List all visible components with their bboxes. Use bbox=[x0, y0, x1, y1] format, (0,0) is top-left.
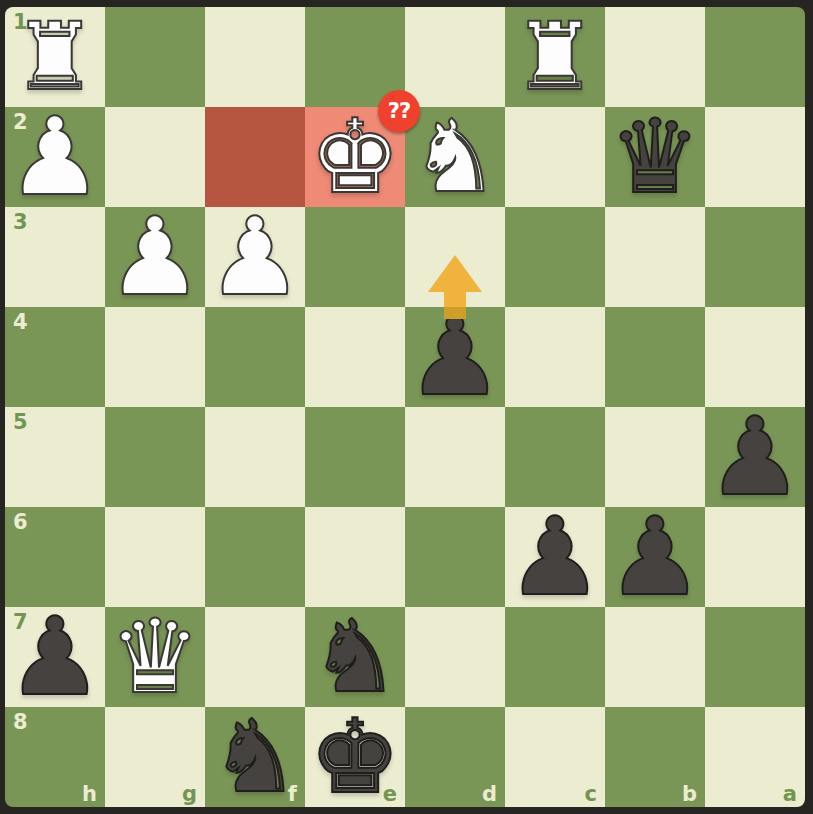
square-b5[interactable] bbox=[605, 407, 705, 507]
square-g6[interactable] bbox=[105, 507, 205, 607]
square-b2[interactable]: ♛ bbox=[605, 107, 705, 207]
square-a8[interactable]: a bbox=[705, 707, 805, 807]
square-g8[interactable]: g bbox=[105, 707, 205, 807]
page: { "game": "chess", "position": { "fen": … bbox=[0, 0, 813, 814]
square-d5[interactable] bbox=[405, 407, 505, 507]
rank-label-5: 5 bbox=[13, 410, 28, 434]
rank-label-4: 4 bbox=[13, 310, 28, 334]
square-f2[interactable] bbox=[205, 107, 305, 207]
file-label-g: g bbox=[182, 782, 197, 806]
square-b4[interactable] bbox=[605, 307, 705, 407]
square-c4[interactable] bbox=[505, 307, 605, 407]
square-g7[interactable]: ♛ bbox=[105, 607, 205, 707]
square-h5[interactable]: 5 bbox=[5, 407, 105, 507]
square-f4[interactable] bbox=[205, 307, 305, 407]
file-label-h: h bbox=[82, 782, 97, 806]
square-d3[interactable] bbox=[405, 207, 505, 307]
square-f1[interactable] bbox=[205, 7, 305, 107]
square-c3[interactable] bbox=[505, 207, 605, 307]
square-h8[interactable]: 8h bbox=[5, 707, 105, 807]
square-c7[interactable] bbox=[505, 607, 605, 707]
piece-white-queen[interactable]: ♛ bbox=[105, 607, 205, 707]
square-a1[interactable] bbox=[705, 7, 805, 107]
square-a6[interactable] bbox=[705, 507, 805, 607]
rank-label-3: 3 bbox=[13, 210, 28, 234]
blunder-badge: ?? bbox=[378, 90, 420, 132]
square-d2[interactable]: ♞ bbox=[405, 107, 505, 207]
square-e6[interactable] bbox=[305, 507, 405, 607]
square-f5[interactable] bbox=[205, 407, 305, 507]
square-h1[interactable]: 1♜ bbox=[5, 7, 105, 107]
square-h7[interactable]: 7♟ bbox=[5, 607, 105, 707]
piece-black-knight[interactable]: ♞ bbox=[205, 707, 305, 807]
square-g5[interactable] bbox=[105, 407, 205, 507]
piece-white-rook[interactable]: ♜ bbox=[5, 7, 105, 107]
chess-board: 1♜♜2♟♚♞♛3♟♟4♟5♟6♟♟7♟♛♞8hgf♞e♚dcba?? bbox=[5, 7, 805, 807]
rank-label-8: 8 bbox=[13, 710, 28, 734]
square-a4[interactable] bbox=[705, 307, 805, 407]
square-h3[interactable]: 3 bbox=[5, 207, 105, 307]
piece-white-pawn[interactable]: ♟ bbox=[5, 107, 105, 207]
piece-black-knight[interactable]: ♞ bbox=[305, 607, 405, 707]
square-d4[interactable]: ♟ bbox=[405, 307, 505, 407]
piece-black-king[interactable]: ♚ bbox=[305, 707, 405, 807]
piece-white-knight[interactable]: ♞ bbox=[405, 107, 505, 207]
square-c8[interactable]: c bbox=[505, 707, 605, 807]
square-f6[interactable] bbox=[205, 507, 305, 607]
square-d7[interactable] bbox=[405, 607, 505, 707]
rank-label-6: 6 bbox=[13, 510, 28, 534]
square-f3[interactable]: ♟ bbox=[205, 207, 305, 307]
piece-black-pawn[interactable]: ♟ bbox=[5, 607, 105, 707]
square-h6[interactable]: 6 bbox=[5, 507, 105, 607]
square-e5[interactable] bbox=[305, 407, 405, 507]
square-b3[interactable] bbox=[605, 207, 705, 307]
square-c2[interactable] bbox=[505, 107, 605, 207]
file-label-d: d bbox=[482, 782, 497, 806]
square-e7[interactable]: ♞ bbox=[305, 607, 405, 707]
square-f7[interactable] bbox=[205, 607, 305, 707]
piece-black-pawn[interactable]: ♟ bbox=[505, 507, 605, 607]
square-g4[interactable] bbox=[105, 307, 205, 407]
square-d1[interactable] bbox=[405, 7, 505, 107]
piece-white-pawn[interactable]: ♟ bbox=[205, 207, 305, 307]
square-c5[interactable] bbox=[505, 407, 605, 507]
square-b8[interactable]: b bbox=[605, 707, 705, 807]
piece-black-pawn[interactable]: ♟ bbox=[405, 307, 505, 407]
piece-white-pawn[interactable]: ♟ bbox=[105, 207, 205, 307]
square-c1[interactable]: ♜ bbox=[505, 7, 605, 107]
square-g2[interactable] bbox=[105, 107, 205, 207]
square-a5[interactable]: ♟ bbox=[705, 407, 805, 507]
square-b6[interactable]: ♟ bbox=[605, 507, 705, 607]
square-a2[interactable] bbox=[705, 107, 805, 207]
square-d8[interactable]: d bbox=[405, 707, 505, 807]
square-g3[interactable]: ♟ bbox=[105, 207, 205, 307]
square-e8[interactable]: e♚ bbox=[305, 707, 405, 807]
square-b1[interactable] bbox=[605, 7, 705, 107]
square-d6[interactable] bbox=[405, 507, 505, 607]
square-e3[interactable] bbox=[305, 207, 405, 307]
piece-white-rook[interactable]: ♜ bbox=[505, 7, 605, 107]
file-label-b: b bbox=[682, 782, 697, 806]
piece-black-pawn[interactable]: ♟ bbox=[705, 407, 805, 507]
square-g1[interactable] bbox=[105, 7, 205, 107]
square-a3[interactable] bbox=[705, 207, 805, 307]
file-label-c: c bbox=[585, 782, 597, 806]
piece-black-queen[interactable]: ♛ bbox=[605, 107, 705, 207]
piece-black-pawn[interactable]: ♟ bbox=[605, 507, 705, 607]
square-c6[interactable]: ♟ bbox=[505, 507, 605, 607]
square-h2[interactable]: 2♟ bbox=[5, 107, 105, 207]
square-a7[interactable] bbox=[705, 607, 805, 707]
square-h4[interactable]: 4 bbox=[5, 307, 105, 407]
square-b7[interactable] bbox=[605, 607, 705, 707]
square-f8[interactable]: f♞ bbox=[205, 707, 305, 807]
file-label-a: a bbox=[783, 782, 797, 806]
square-e4[interactable] bbox=[305, 307, 405, 407]
